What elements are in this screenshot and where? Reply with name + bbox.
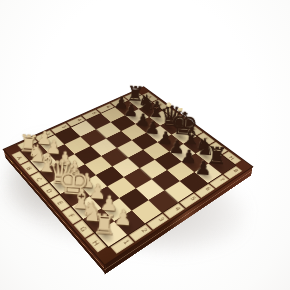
- cream-finial-icon: [178, 107, 183, 112]
- black-pawn-glyph: ♟: [192, 158, 213, 178]
- scene-wrapper: AA88BB77CC66DD55EE44FF33GG22HH11♜♞♝♛♚♝♞♜…: [0, 3, 283, 290]
- hinge-pin-icon: [20, 171, 22, 175]
- board-plate: AA88BB77CC66DD55EE44FF33GG22HH11♜♞♝♛♚♝♞♜…: [4, 87, 252, 265]
- hinge-pin-icon: [11, 160, 13, 164]
- photo-stage: AA88BB77CC66DD55EE44FF33GG22HH11♜♞♝♛♚♝♞♜…: [0, 0, 290, 290]
- perspective-camera: AA88BB77CC66DD55EE44FF33GG22HH11♜♞♝♛♚♝♞♜…: [0, 3, 283, 290]
- white-rook-glyph: ♜: [91, 210, 115, 239]
